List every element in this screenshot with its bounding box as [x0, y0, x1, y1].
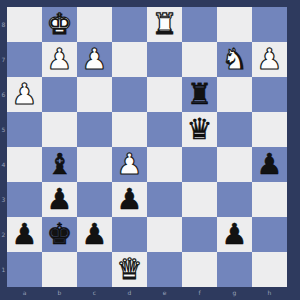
square-e7[interactable] — [147, 42, 182, 77]
square-a2[interactable]: ♟ — [7, 217, 42, 252]
square-b7[interactable]: ♟ — [42, 42, 77, 77]
rank-label-6: 6 — [0, 77, 7, 112]
piece-white-pawn[interactable]: ♟ — [112, 147, 147, 182]
square-d8[interactable] — [112, 7, 147, 42]
square-c6[interactable] — [77, 77, 112, 112]
square-g7[interactable]: ♞ — [217, 42, 252, 77]
square-g2[interactable]: ♟ — [217, 217, 252, 252]
file-label-d: d — [112, 288, 147, 300]
square-c2[interactable]: ♟ — [77, 217, 112, 252]
square-f1[interactable] — [182, 252, 217, 287]
rank-label-1: 1 — [0, 252, 7, 287]
piece-black-pawn[interactable]: ♟ — [252, 147, 287, 182]
piece-white-pawn[interactable]: ♟ — [252, 42, 287, 77]
square-b1[interactable] — [42, 252, 77, 287]
square-e4[interactable] — [147, 147, 182, 182]
square-c8[interactable] — [77, 7, 112, 42]
square-c1[interactable] — [77, 252, 112, 287]
file-label-h: h — [252, 288, 287, 300]
square-h6[interactable] — [252, 77, 287, 112]
piece-black-pawn[interactable]: ♟ — [42, 182, 77, 217]
rank-label-8: 8 — [0, 7, 7, 42]
square-b5[interactable] — [42, 112, 77, 147]
piece-black-bishop[interactable]: ♝ — [42, 147, 77, 182]
square-d7[interactable] — [112, 42, 147, 77]
rank-label-5: 5 — [0, 112, 7, 147]
piece-white-pawn[interactable]: ♟ — [7, 77, 42, 112]
square-a1[interactable] — [7, 252, 42, 287]
piece-black-king[interactable]: ♚ — [42, 217, 77, 252]
square-f7[interactable] — [182, 42, 217, 77]
square-d6[interactable] — [112, 77, 147, 112]
square-f4[interactable] — [182, 147, 217, 182]
square-c7[interactable]: ♟ — [77, 42, 112, 77]
square-b6[interactable] — [42, 77, 77, 112]
piece-black-pawn[interactable]: ♟ — [112, 182, 147, 217]
square-h4[interactable]: ♟ — [252, 147, 287, 182]
square-g1[interactable] — [217, 252, 252, 287]
piece-white-queen[interactable]: ♛ — [112, 252, 147, 287]
square-h5[interactable] — [252, 112, 287, 147]
rank-label-7: 7 — [0, 42, 7, 77]
square-d2[interactable] — [112, 217, 147, 252]
square-b8[interactable]: ♚ — [42, 7, 77, 42]
file-label-b: b — [42, 288, 77, 300]
piece-white-king[interactable]: ♚ — [42, 7, 77, 42]
square-e8[interactable]: ♜ — [147, 7, 182, 42]
rank-label-2: 2 — [0, 217, 7, 252]
chess-board-frame: ♚♜♟♟♞♟♟♜♛♝♟♟♟♟♟♚♟♟♛ 87654321abcdefgh — [0, 0, 300, 300]
square-f2[interactable] — [182, 217, 217, 252]
square-a8[interactable] — [7, 7, 42, 42]
square-h1[interactable] — [252, 252, 287, 287]
square-c5[interactable] — [77, 112, 112, 147]
square-g5[interactable] — [217, 112, 252, 147]
square-g6[interactable] — [217, 77, 252, 112]
square-f8[interactable] — [182, 7, 217, 42]
square-f3[interactable] — [182, 182, 217, 217]
square-e1[interactable] — [147, 252, 182, 287]
file-label-e: e — [147, 288, 182, 300]
square-g3[interactable] — [217, 182, 252, 217]
square-g4[interactable] — [217, 147, 252, 182]
square-d3[interactable]: ♟ — [112, 182, 147, 217]
file-label-c: c — [77, 288, 112, 300]
square-a4[interactable] — [7, 147, 42, 182]
square-d1[interactable]: ♛ — [112, 252, 147, 287]
file-label-g: g — [217, 288, 252, 300]
square-e6[interactable] — [147, 77, 182, 112]
square-e3[interactable] — [147, 182, 182, 217]
rank-label-4: 4 — [0, 147, 7, 182]
chess-board: ♚♜♟♟♞♟♟♜♛♝♟♟♟♟♟♚♟♟♛ — [7, 7, 287, 287]
square-c4[interactable] — [77, 147, 112, 182]
file-label-f: f — [182, 288, 217, 300]
square-e5[interactable] — [147, 112, 182, 147]
piece-white-rook[interactable]: ♜ — [147, 7, 182, 42]
piece-black-rook[interactable]: ♜ — [182, 77, 217, 112]
square-e2[interactable] — [147, 217, 182, 252]
file-label-a: a — [7, 288, 42, 300]
square-b4[interactable]: ♝ — [42, 147, 77, 182]
square-h3[interactable] — [252, 182, 287, 217]
square-f6[interactable]: ♜ — [182, 77, 217, 112]
rank-label-3: 3 — [0, 182, 7, 217]
square-f5[interactable]: ♛ — [182, 112, 217, 147]
square-d4[interactable]: ♟ — [112, 147, 147, 182]
piece-black-pawn[interactable]: ♟ — [77, 217, 112, 252]
piece-white-pawn[interactable]: ♟ — [42, 42, 77, 77]
square-b3[interactable]: ♟ — [42, 182, 77, 217]
square-h8[interactable] — [252, 7, 287, 42]
square-a3[interactable] — [7, 182, 42, 217]
piece-black-pawn[interactable]: ♟ — [7, 217, 42, 252]
square-c3[interactable] — [77, 182, 112, 217]
square-d5[interactable] — [112, 112, 147, 147]
square-h2[interactable] — [252, 217, 287, 252]
piece-black-pawn[interactable]: ♟ — [217, 217, 252, 252]
square-h7[interactable]: ♟ — [252, 42, 287, 77]
square-a5[interactable] — [7, 112, 42, 147]
square-a7[interactable] — [7, 42, 42, 77]
square-g8[interactable] — [217, 7, 252, 42]
piece-black-queen[interactable]: ♛ — [182, 112, 217, 147]
piece-white-knight[interactable]: ♞ — [217, 42, 252, 77]
square-b2[interactable]: ♚ — [42, 217, 77, 252]
piece-white-pawn[interactable]: ♟ — [77, 42, 112, 77]
square-a6[interactable]: ♟ — [7, 77, 42, 112]
